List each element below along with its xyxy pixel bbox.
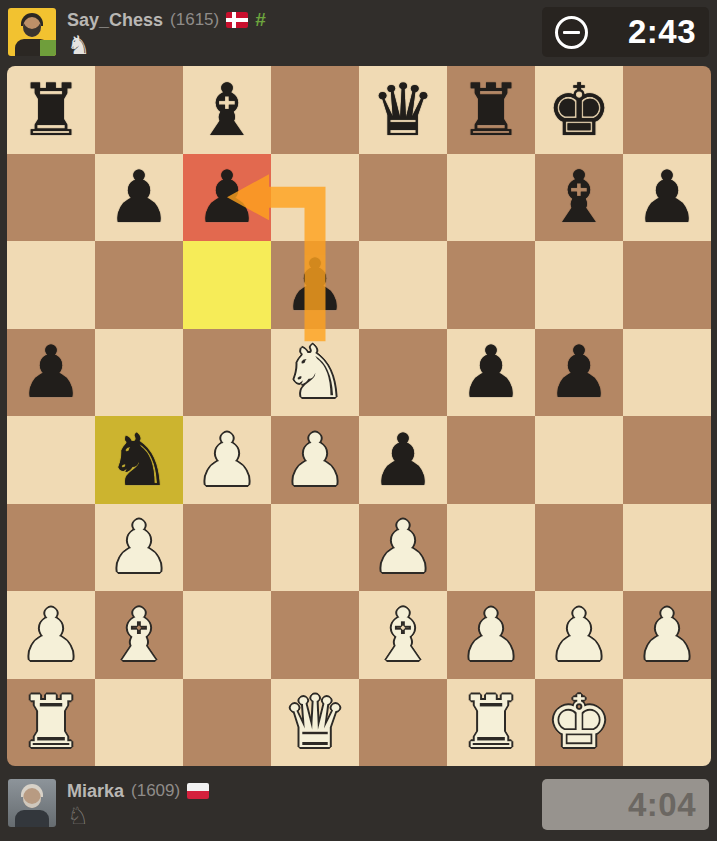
- square-a4[interactable]: [7, 416, 95, 504]
- square-b7[interactable]: ♟: [95, 154, 183, 242]
- captured-white-knight-icon: ♞: [67, 32, 266, 60]
- piece-black-knight[interactable]: ♞: [95, 416, 183, 504]
- player-bottom-avatar[interactable]: [8, 779, 56, 827]
- square-g4[interactable]: [535, 416, 623, 504]
- piece-white-pawn[interactable]: ♟: [447, 591, 535, 679]
- square-d2[interactable]: [271, 591, 359, 679]
- avatar-face: [23, 17, 41, 37]
- square-b1[interactable]: [95, 679, 183, 767]
- square-f5[interactable]: ♟: [447, 329, 535, 417]
- player-top-name[interactable]: Say_Chess: [67, 10, 163, 31]
- square-g6[interactable]: [535, 241, 623, 329]
- square-h5[interactable]: [623, 329, 711, 417]
- piece-black-pawn[interactable]: ♟: [7, 329, 95, 417]
- square-a8[interactable]: ♜: [7, 66, 95, 154]
- square-d8[interactable]: [271, 66, 359, 154]
- player-bottom-clock-time: 4:04: [628, 786, 696, 824]
- square-g2[interactable]: ♟: [535, 591, 623, 679]
- piece-black-bishop[interactable]: ♝: [535, 154, 623, 242]
- player-bottom-clock: 4:04: [542, 779, 709, 830]
- player-top-clock-time: 2:43: [628, 13, 696, 51]
- square-h3[interactable]: [623, 504, 711, 592]
- piece-white-knight[interactable]: ♞: [271, 329, 359, 417]
- square-h6[interactable]: [623, 241, 711, 329]
- piece-white-king[interactable]: ♚: [535, 679, 623, 767]
- square-f3[interactable]: [447, 504, 535, 592]
- square-e7[interactable]: [359, 154, 447, 242]
- square-d3[interactable]: [271, 504, 359, 592]
- square-a1[interactable]: ♜: [7, 679, 95, 767]
- piece-white-pawn[interactable]: ♟: [95, 504, 183, 592]
- square-h2[interactable]: ♟: [623, 591, 711, 679]
- piece-black-king[interactable]: ♚: [535, 66, 623, 154]
- poland-flag-icon: [187, 783, 209, 799]
- piece-black-pawn[interactable]: ♟: [447, 329, 535, 417]
- piece-white-pawn[interactable]: ♟: [535, 591, 623, 679]
- square-c4[interactable]: ♟: [183, 416, 271, 504]
- square-a5[interactable]: ♟: [7, 329, 95, 417]
- square-h7[interactable]: ♟: [623, 154, 711, 242]
- square-h4[interactable]: [623, 416, 711, 504]
- square-f1[interactable]: ♜: [447, 679, 535, 767]
- square-f7[interactable]: [447, 154, 535, 242]
- piece-white-bishop[interactable]: ♝: [95, 591, 183, 679]
- player-top-clock: 2:43: [542, 7, 709, 57]
- player-bottom-bar: Miarka (1609) ♘ 4:04: [0, 766, 717, 841]
- square-d5[interactable]: ♞: [271, 329, 359, 417]
- piece-white-pawn[interactable]: ♟: [271, 416, 359, 504]
- player-bottom-rating: (1609): [131, 781, 180, 801]
- piece-black-bishop[interactable]: ♝: [183, 66, 271, 154]
- square-c8[interactable]: ♝: [183, 66, 271, 154]
- square-c5[interactable]: [183, 329, 271, 417]
- chess-board[interactable]: ♜♝♛♜♚♟♟♝♟♟♟♞♟♟♞♟♟♟♟♟♟♝♝♟♟♟♜♛♜♚: [7, 66, 711, 766]
- square-e2[interactable]: ♝: [359, 591, 447, 679]
- square-f6[interactable]: [447, 241, 535, 329]
- circle-minus-icon: [555, 16, 588, 49]
- player-top-info: Say_Chess (1615) # ♞: [67, 8, 266, 60]
- square-g3[interactable]: [535, 504, 623, 592]
- square-d7[interactable]: [271, 154, 359, 242]
- piece-white-pawn[interactable]: ♟: [183, 416, 271, 504]
- square-a7[interactable]: [7, 154, 95, 242]
- square-c6[interactable]: [183, 241, 271, 329]
- square-d1[interactable]: ♛: [271, 679, 359, 767]
- square-e8[interactable]: ♛: [359, 66, 447, 154]
- square-e5[interactable]: [359, 329, 447, 417]
- piece-white-pawn[interactable]: ♟: [7, 591, 95, 679]
- square-e3[interactable]: ♟: [359, 504, 447, 592]
- piece-white-queen[interactable]: ♛: [271, 679, 359, 767]
- square-e4[interactable]: ♟: [359, 416, 447, 504]
- square-b8[interactable]: [95, 66, 183, 154]
- square-h8[interactable]: [623, 66, 711, 154]
- square-f8[interactable]: ♜: [447, 66, 535, 154]
- piece-white-pawn[interactable]: ♟: [623, 591, 711, 679]
- square-c3[interactable]: [183, 504, 271, 592]
- piece-black-pawn[interactable]: ♟: [95, 154, 183, 242]
- piece-white-pawn[interactable]: ♟: [359, 504, 447, 592]
- square-a6[interactable]: [7, 241, 95, 329]
- square-c7[interactable]: ♟: [183, 154, 271, 242]
- square-b5[interactable]: [95, 329, 183, 417]
- piece-white-rook[interactable]: ♜: [447, 679, 535, 767]
- square-f4[interactable]: [447, 416, 535, 504]
- square-h1[interactable]: [623, 679, 711, 767]
- square-b3[interactable]: ♟: [95, 504, 183, 592]
- piece-white-bishop[interactable]: ♝: [359, 591, 447, 679]
- square-b4[interactable]: ♞: [95, 416, 183, 504]
- online-status-indicator: [40, 40, 56, 56]
- piece-black-pawn[interactable]: ♟: [271, 241, 359, 329]
- piece-black-rook[interactable]: ♜: [447, 66, 535, 154]
- square-e6[interactable]: [359, 241, 447, 329]
- player-top-bar: Say_Chess (1615) # ♞ 2:43: [0, 0, 717, 70]
- piece-black-queen[interactable]: ♛: [359, 66, 447, 154]
- game-screen: Say_Chess (1615) # ♞ 2:43 ♜♝♛♜♚♟♟♝♟♟♟♞♟♟…: [0, 0, 717, 841]
- piece-black-pawn[interactable]: ♟: [183, 154, 271, 242]
- square-g1[interactable]: ♚: [535, 679, 623, 767]
- piece-black-pawn[interactable]: ♟: [359, 416, 447, 504]
- square-c1[interactable]: [183, 679, 271, 767]
- square-e1[interactable]: [359, 679, 447, 767]
- square-g5[interactable]: ♟: [535, 329, 623, 417]
- captured-black-knight-icon: ♘: [67, 803, 209, 831]
- player-top-rating: (1615): [170, 10, 219, 30]
- denmark-flag-icon: [226, 12, 248, 28]
- piece-black-pawn[interactable]: ♟: [623, 154, 711, 242]
- piece-black-rook[interactable]: ♜: [7, 66, 95, 154]
- square-a2[interactable]: ♟: [7, 591, 95, 679]
- piece-white-rook[interactable]: ♜: [7, 679, 95, 767]
- streamer-badge-icon: #: [255, 9, 266, 31]
- player-bottom-info: Miarka (1609) ♘: [67, 779, 209, 831]
- square-b2[interactable]: ♝: [95, 591, 183, 679]
- square-f2[interactable]: ♟: [447, 591, 535, 679]
- avatar-face: [23, 788, 41, 808]
- player-bottom-name[interactable]: Miarka: [67, 781, 124, 802]
- square-g8[interactable]: ♚: [535, 66, 623, 154]
- avatar-body: [15, 810, 49, 827]
- piece-black-pawn[interactable]: ♟: [535, 329, 623, 417]
- square-a3[interactable]: [7, 504, 95, 592]
- square-g7[interactable]: ♝: [535, 154, 623, 242]
- square-b6[interactable]: [95, 241, 183, 329]
- square-c2[interactable]: [183, 591, 271, 679]
- square-d6[interactable]: ♟: [271, 241, 359, 329]
- square-d4[interactable]: ♟: [271, 416, 359, 504]
- player-top-avatar[interactable]: [8, 8, 56, 56]
